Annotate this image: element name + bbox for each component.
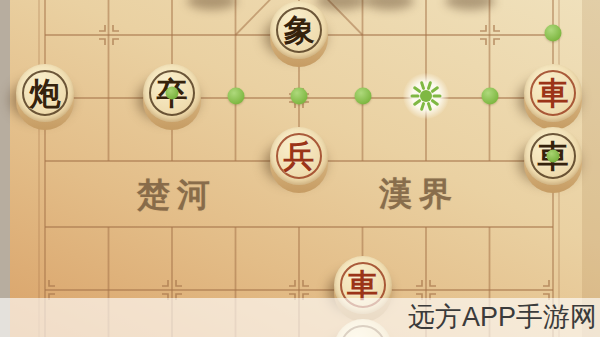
piece-black-cannon[interactable]: 炮 [14, 62, 76, 132]
move-hint-dot[interactable] [481, 88, 498, 105]
piece-glyph: 車 [524, 64, 582, 122]
move-hint-dot[interactable] [227, 88, 244, 105]
piece-black-soldier[interactable]: 卒 [141, 62, 203, 132]
move-hint-dot[interactable] [291, 88, 308, 105]
xiangqi-board-screenshot: 楚河 漢界 象 炮 卒 車 兵 [0, 0, 600, 337]
river-label-hanjie: 漢界 [379, 172, 459, 217]
capture-hint-dot [166, 87, 179, 100]
capture-hint-dot [547, 150, 560, 163]
piece-glyph: 炮 [16, 64, 74, 122]
piece-glyph: 象 [270, 1, 328, 59]
piece-black-elephant[interactable]: 象 [268, 0, 330, 69]
piece-glyph: 兵 [270, 127, 328, 185]
move-hint-highlighted[interactable] [403, 73, 449, 119]
piece-black-chariot[interactable]: 車 [522, 125, 584, 195]
piece-red-soldier[interactable]: 兵 [268, 125, 330, 195]
watermark-text: 远方APP手游网 [408, 300, 597, 334]
point-marker [477, 22, 503, 48]
move-hint-dot[interactable] [354, 88, 371, 105]
piece-red-chariot-selected[interactable]: 車 [522, 62, 584, 132]
river-label-chuhe: 楚河 [137, 173, 217, 218]
move-hint-dot[interactable] [545, 25, 562, 42]
point-marker [96, 22, 122, 48]
